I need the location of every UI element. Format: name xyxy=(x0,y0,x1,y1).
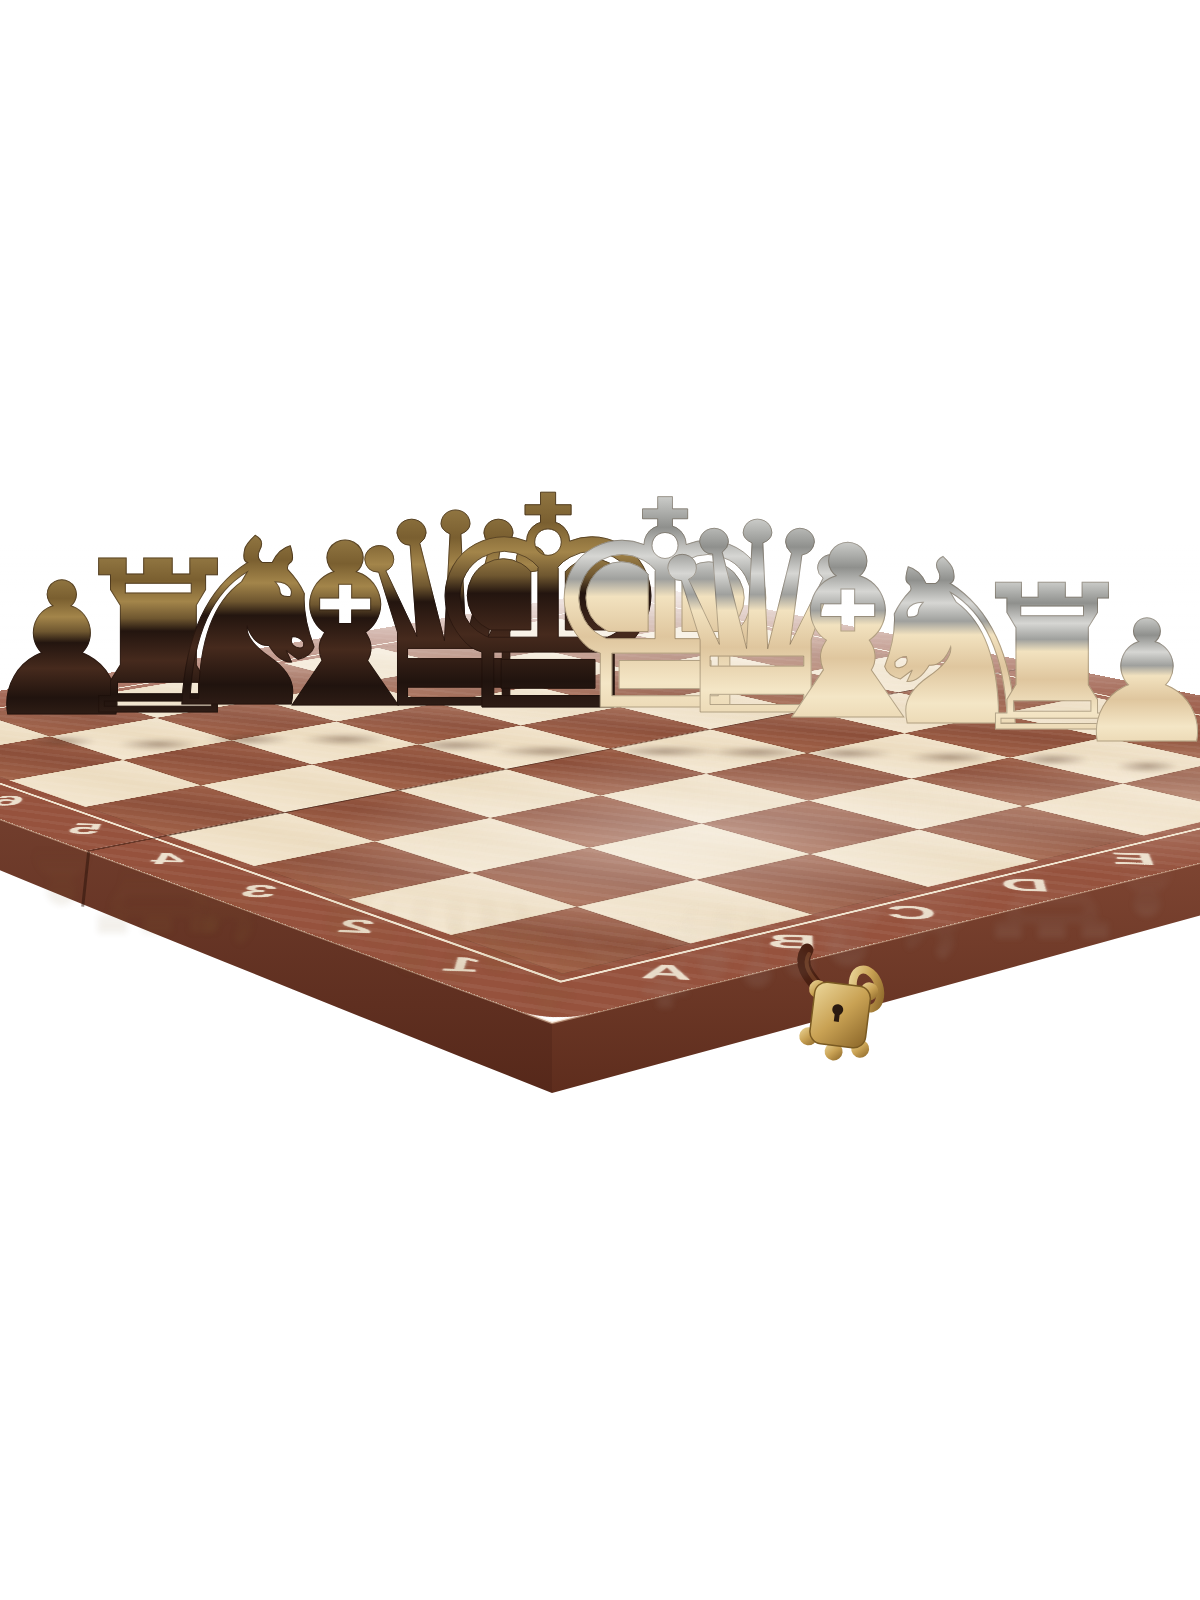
white-pawn-glyph: ♟ xyxy=(1071,598,1200,767)
product-photo-stage: 12345678ABCDEFGH ♟♟♜♜♞♞♝♝♛♛♚♚♚♚♛♛♝♝♞♞♜♜♟… xyxy=(0,0,1200,1600)
piece-reflection: ♟ xyxy=(1071,767,1200,936)
pieces-layer: ♟♟♜♜♞♞♝♝♛♛♚♚♚♚♛♛♝♝♞♞♜♜♟♟ xyxy=(0,0,1200,1600)
